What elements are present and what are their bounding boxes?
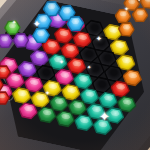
sparkle-glint: ✦ [12,20,16,25]
game-photo: ✦✦✦✦✦✦✦✦ [0,0,150,150]
sparkle-glint: ✦ [59,59,64,65]
sparkle-glint: ✦ [33,20,41,29]
sparkle-glint: ✦ [45,90,50,96]
sparkle-glint: ✦ [99,110,110,123]
sparkle-glint: ✦ [87,65,91,70]
sparkle-layer: ✦✦✦✦✦✦✦✦ [0,0,150,150]
sparkle-glint: ✦ [96,36,102,43]
sparkle-glint: ✦ [124,6,129,12]
